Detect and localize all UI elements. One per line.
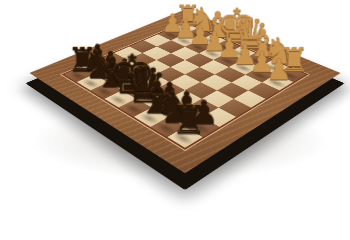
- piece-white-knight: ♞: [262, 35, 283, 68]
- piece-white-bishop: ♝: [246, 27, 266, 61]
- piece-shadow: [278, 70, 303, 82]
- piece-white-rook: ♜: [175, 3, 194, 29]
- square-e4: [170, 60, 200, 75]
- product-photo: ♜♞♝♚♛♝♞♜♟♟♟♟♟♟♟♟♟♟♟♟♟♟♟♟♜♞♝♚♛♝♞♜: [0, 0, 350, 175]
- piece-shadow: [67, 70, 90, 82]
- piece-shadow: [188, 121, 216, 137]
- piece-shadow: [265, 77, 290, 90]
- square-a1: ♜: [276, 67, 306, 82]
- piece-shadow: [122, 102, 148, 116]
- piece-white-rook: ♜: [279, 45, 300, 75]
- piece-shadow: [170, 131, 198, 148]
- square-a8: ♜: [167, 127, 203, 148]
- piece-black-rook: ♜: [68, 45, 89, 75]
- piece-black-pawn: ♟: [125, 64, 147, 90]
